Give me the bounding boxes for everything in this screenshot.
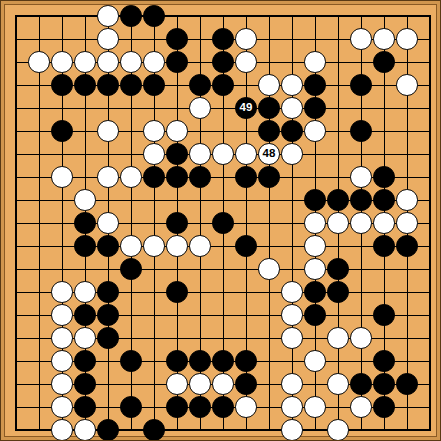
white-stone	[350, 212, 372, 234]
white-stone	[74, 419, 96, 441]
white-stone	[51, 51, 73, 73]
black-stone	[166, 350, 188, 372]
white-stone	[281, 327, 303, 349]
black-stone	[120, 5, 142, 27]
white-stone	[304, 212, 326, 234]
white-stone	[304, 235, 326, 257]
white-stone	[51, 304, 73, 326]
white-stone	[143, 120, 165, 142]
black-stone	[281, 120, 303, 142]
black-stone	[212, 51, 234, 73]
black-stone	[166, 281, 188, 303]
white-stone	[74, 189, 96, 211]
white-stone	[166, 373, 188, 395]
black-stone	[143, 74, 165, 96]
white-stone	[166, 120, 188, 142]
white-stone	[281, 74, 303, 96]
white-stone	[396, 212, 418, 234]
white-stone	[327, 327, 349, 349]
black-stone	[74, 396, 96, 418]
black-stone	[235, 350, 257, 372]
white-stone	[235, 396, 257, 418]
black-stone	[166, 212, 188, 234]
white-stone	[166, 235, 188, 257]
white-stone	[396, 28, 418, 50]
black-stone	[373, 373, 395, 395]
black-stone	[396, 235, 418, 257]
black-stone	[189, 166, 211, 188]
white-stone	[304, 51, 326, 73]
black-stone	[350, 120, 372, 142]
white-stone	[281, 396, 303, 418]
black-stone	[120, 258, 142, 280]
black-stone	[166, 396, 188, 418]
white-stone	[143, 143, 165, 165]
black-stone	[304, 97, 326, 119]
white-stone	[373, 212, 395, 234]
white-stone	[143, 51, 165, 73]
white-stone	[97, 120, 119, 142]
black-stone	[258, 97, 280, 119]
white-stone	[74, 281, 96, 303]
white-stone	[143, 235, 165, 257]
black-stone	[166, 143, 188, 165]
white-stone	[304, 258, 326, 280]
white-stone	[281, 373, 303, 395]
black-stone	[373, 166, 395, 188]
move-number-label: 48	[263, 148, 276, 160]
black-stone	[51, 120, 73, 142]
grid-line-vertical	[429, 15, 431, 431]
white-stone	[74, 327, 96, 349]
black-stone	[166, 28, 188, 50]
white-stone	[97, 5, 119, 27]
black-stone	[396, 373, 418, 395]
white-stone	[189, 373, 211, 395]
white-stone	[281, 143, 303, 165]
white-stone	[396, 74, 418, 96]
white-stone-move-48: 48	[258, 143, 280, 165]
white-stone	[373, 28, 395, 50]
black-stone	[189, 350, 211, 372]
white-stone	[120, 235, 142, 257]
white-stone	[396, 189, 418, 211]
black-stone	[373, 189, 395, 211]
white-stone	[350, 28, 372, 50]
black-stone-move-49: 49	[235, 97, 257, 119]
black-stone	[97, 304, 119, 326]
black-stone	[97, 281, 119, 303]
black-stone	[74, 212, 96, 234]
white-stone	[51, 350, 73, 372]
black-stone	[350, 74, 372, 96]
white-stone	[350, 327, 372, 349]
white-stone	[212, 143, 234, 165]
black-stone	[327, 258, 349, 280]
grid-line-horizontal	[15, 269, 431, 270]
white-stone	[235, 51, 257, 73]
white-stone	[350, 396, 372, 418]
black-stone	[143, 166, 165, 188]
white-stone	[281, 304, 303, 326]
black-stone	[97, 235, 119, 257]
white-stone	[304, 396, 326, 418]
white-stone	[304, 350, 326, 372]
black-stone	[97, 74, 119, 96]
white-stone	[74, 51, 96, 73]
black-stone	[304, 281, 326, 303]
black-stone	[120, 74, 142, 96]
white-stone	[97, 212, 119, 234]
white-stone	[350, 166, 372, 188]
white-stone	[327, 419, 349, 441]
white-stone	[51, 166, 73, 188]
white-stone	[97, 51, 119, 73]
white-stone	[51, 373, 73, 395]
white-stone	[97, 28, 119, 50]
white-stone	[258, 74, 280, 96]
go-board[interactable]: 4948	[0, 0, 441, 441]
black-stone	[373, 51, 395, 73]
black-stone	[212, 396, 234, 418]
white-stone	[28, 51, 50, 73]
black-stone	[373, 350, 395, 372]
black-stone	[143, 419, 165, 441]
white-stone	[235, 28, 257, 50]
black-stone	[74, 235, 96, 257]
black-stone	[189, 396, 211, 418]
black-stone	[212, 350, 234, 372]
white-stone	[51, 396, 73, 418]
white-stone	[327, 373, 349, 395]
white-stone	[281, 281, 303, 303]
white-stone	[212, 373, 234, 395]
black-stone	[212, 74, 234, 96]
black-stone	[120, 350, 142, 372]
black-stone	[212, 28, 234, 50]
white-stone	[51, 281, 73, 303]
white-stone	[327, 212, 349, 234]
black-stone	[350, 189, 372, 211]
white-stone	[51, 327, 73, 349]
black-stone	[258, 166, 280, 188]
white-stone	[281, 419, 303, 441]
black-stone	[235, 166, 257, 188]
black-stone	[327, 189, 349, 211]
black-stone	[189, 74, 211, 96]
black-stone	[97, 419, 119, 441]
black-stone	[143, 5, 165, 27]
black-stone	[212, 212, 234, 234]
black-stone	[350, 373, 372, 395]
white-stone	[304, 120, 326, 142]
white-stone	[120, 51, 142, 73]
white-stone	[235, 143, 257, 165]
white-stone	[189, 97, 211, 119]
white-stone	[258, 258, 280, 280]
move-number-label: 49	[240, 102, 253, 114]
black-stone	[373, 396, 395, 418]
black-stone	[373, 235, 395, 257]
black-stone	[74, 350, 96, 372]
black-stone	[235, 373, 257, 395]
white-stone	[51, 419, 73, 441]
black-stone	[74, 304, 96, 326]
black-stone	[327, 281, 349, 303]
black-stone	[304, 74, 326, 96]
white-stone	[97, 166, 119, 188]
white-stone	[120, 166, 142, 188]
black-stone	[235, 235, 257, 257]
black-stone	[304, 189, 326, 211]
white-stone	[281, 97, 303, 119]
black-stone	[258, 120, 280, 142]
black-stone	[74, 373, 96, 395]
black-stone	[51, 74, 73, 96]
black-stone	[120, 396, 142, 418]
white-stone	[189, 235, 211, 257]
black-stone	[166, 51, 188, 73]
black-stone	[373, 304, 395, 326]
black-stone	[74, 74, 96, 96]
white-stone	[189, 143, 211, 165]
black-stone	[304, 304, 326, 326]
black-stone	[166, 166, 188, 188]
black-stone	[97, 327, 119, 349]
